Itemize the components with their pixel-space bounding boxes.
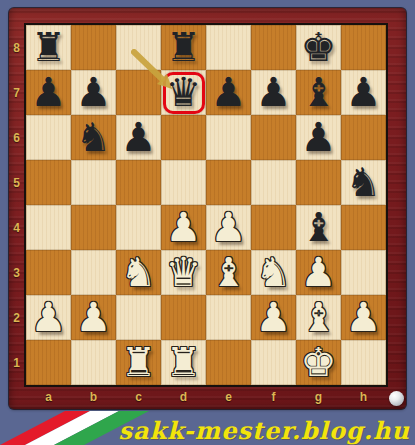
square-f1 bbox=[251, 340, 296, 385]
file-label-d: d bbox=[161, 388, 206, 406]
file-label-b: b bbox=[71, 388, 116, 406]
square-c6: ♟ bbox=[116, 115, 161, 160]
square-b7: ♟ bbox=[71, 70, 116, 115]
square-d3: ♛ bbox=[161, 250, 206, 295]
square-g2: ♝ bbox=[296, 295, 341, 340]
square-d2 bbox=[161, 295, 206, 340]
square-d7: ♛ bbox=[161, 70, 206, 115]
square-d1: ♜ bbox=[161, 340, 206, 385]
square-a2: ♟ bbox=[26, 295, 71, 340]
square-a3 bbox=[26, 250, 71, 295]
watermark-banner: sakk-mester.blog.hu bbox=[0, 411, 415, 445]
square-e2 bbox=[206, 295, 251, 340]
white-rook-d1: ♜ bbox=[166, 340, 202, 385]
square-e8 bbox=[206, 25, 251, 70]
square-h1 bbox=[341, 340, 386, 385]
white-pawn-h2: ♟ bbox=[346, 295, 382, 340]
square-d5 bbox=[161, 160, 206, 205]
rank-labels: 87654321 bbox=[9, 25, 24, 385]
square-c4 bbox=[116, 205, 161, 250]
square-b4 bbox=[71, 205, 116, 250]
square-g5 bbox=[296, 160, 341, 205]
square-a1 bbox=[26, 340, 71, 385]
square-a4 bbox=[26, 205, 71, 250]
square-d6 bbox=[161, 115, 206, 160]
square-h4 bbox=[341, 205, 386, 250]
square-a8: ♜ bbox=[26, 25, 71, 70]
rank-label-1: 1 bbox=[9, 340, 24, 385]
square-f2: ♟ bbox=[251, 295, 296, 340]
square-f3: ♞ bbox=[251, 250, 296, 295]
square-a7: ♟ bbox=[26, 70, 71, 115]
square-f4 bbox=[251, 205, 296, 250]
black-king-g8: ♚ bbox=[301, 25, 337, 70]
square-b2: ♟ bbox=[71, 295, 116, 340]
square-f7: ♟ bbox=[251, 70, 296, 115]
black-knight-b6: ♞ bbox=[76, 115, 112, 160]
decorative-ball-icon bbox=[389, 391, 404, 406]
black-rook-a8: ♜ bbox=[31, 25, 67, 70]
file-label-c: c bbox=[116, 388, 161, 406]
file-label-f: f bbox=[251, 388, 296, 406]
white-pawn-b2: ♟ bbox=[76, 295, 112, 340]
square-c7 bbox=[116, 70, 161, 115]
square-h7: ♟ bbox=[341, 70, 386, 115]
white-pawn-g3: ♟ bbox=[301, 250, 337, 295]
square-b6: ♞ bbox=[71, 115, 116, 160]
white-knight-f3: ♞ bbox=[256, 250, 292, 295]
white-bishop-g2: ♝ bbox=[301, 295, 337, 340]
rank-label-3: 3 bbox=[9, 250, 24, 295]
square-e7: ♟ bbox=[206, 70, 251, 115]
white-pawn-f2: ♟ bbox=[256, 295, 292, 340]
black-pawn-b7: ♟ bbox=[76, 70, 112, 115]
file-labels: abcdefgh bbox=[26, 388, 386, 406]
watermark-text: sakk-mester.blog.hu bbox=[118, 416, 410, 445]
square-g8: ♚ bbox=[296, 25, 341, 70]
white-rook-c1: ♜ bbox=[121, 340, 157, 385]
rank-label-8: 8 bbox=[9, 25, 24, 70]
black-pawn-f7: ♟ bbox=[256, 70, 292, 115]
square-e1 bbox=[206, 340, 251, 385]
square-a5 bbox=[26, 160, 71, 205]
square-b1 bbox=[71, 340, 116, 385]
square-b3 bbox=[71, 250, 116, 295]
square-e5 bbox=[206, 160, 251, 205]
black-queen-d7: ♛ bbox=[166, 70, 202, 115]
square-b5 bbox=[71, 160, 116, 205]
square-e6 bbox=[206, 115, 251, 160]
black-knight-h5: ♞ bbox=[346, 160, 382, 205]
rank-label-5: 5 bbox=[9, 160, 24, 205]
square-c2 bbox=[116, 295, 161, 340]
square-h3 bbox=[341, 250, 386, 295]
white-pawn-d4: ♟ bbox=[166, 205, 202, 250]
square-f8 bbox=[251, 25, 296, 70]
square-c8 bbox=[116, 25, 161, 70]
black-pawn-a7: ♟ bbox=[31, 70, 67, 115]
square-c3: ♞ bbox=[116, 250, 161, 295]
square-g3: ♟ bbox=[296, 250, 341, 295]
square-a6 bbox=[26, 115, 71, 160]
square-g7: ♝ bbox=[296, 70, 341, 115]
rank-label-6: 6 bbox=[9, 115, 24, 160]
square-h5: ♞ bbox=[341, 160, 386, 205]
white-bishop-e3: ♝ bbox=[211, 250, 247, 295]
square-d8: ♜ bbox=[161, 25, 206, 70]
black-pawn-e7: ♟ bbox=[211, 70, 247, 115]
square-e4: ♟ bbox=[206, 205, 251, 250]
square-c5 bbox=[116, 160, 161, 205]
square-f5 bbox=[251, 160, 296, 205]
rank-label-2: 2 bbox=[9, 295, 24, 340]
white-pawn-e4: ♟ bbox=[211, 205, 247, 250]
file-label-e: e bbox=[206, 388, 251, 406]
square-g4: ♝ bbox=[296, 205, 341, 250]
white-king-g1: ♚ bbox=[301, 340, 337, 385]
chess-diagram: 87654321 ♜♜♚♟♟♛♟♟♝♟♞♟♟♞♟♟♝♞♛♝♞♟♟♟♟♝♟♜♜♚ … bbox=[0, 0, 415, 445]
chess-board: ♜♜♚♟♟♛♟♟♝♟♞♟♟♞♟♟♝♞♛♝♞♟♟♟♟♝♟♜♜♚ bbox=[24, 23, 388, 387]
square-e3: ♝ bbox=[206, 250, 251, 295]
square-g6: ♟ bbox=[296, 115, 341, 160]
rank-label-4: 4 bbox=[9, 205, 24, 250]
file-label-h: h bbox=[341, 388, 386, 406]
black-bishop-g7: ♝ bbox=[301, 70, 337, 115]
square-h6 bbox=[341, 115, 386, 160]
file-label-g: g bbox=[296, 388, 341, 406]
square-h2: ♟ bbox=[341, 295, 386, 340]
rank-label-7: 7 bbox=[9, 70, 24, 115]
white-knight-c3: ♞ bbox=[121, 250, 157, 295]
black-bishop-g4: ♝ bbox=[301, 205, 337, 250]
file-label-a: a bbox=[26, 388, 71, 406]
square-c1: ♜ bbox=[116, 340, 161, 385]
square-b8 bbox=[71, 25, 116, 70]
black-pawn-c6: ♟ bbox=[121, 115, 157, 160]
square-f6 bbox=[251, 115, 296, 160]
white-queen-d3: ♛ bbox=[166, 250, 202, 295]
black-rook-d8: ♜ bbox=[166, 25, 202, 70]
square-h8 bbox=[341, 25, 386, 70]
black-pawn-g6: ♟ bbox=[301, 115, 337, 160]
white-pawn-a2: ♟ bbox=[31, 295, 67, 340]
black-pawn-h7: ♟ bbox=[346, 70, 382, 115]
square-d4: ♟ bbox=[161, 205, 206, 250]
square-g1: ♚ bbox=[296, 340, 341, 385]
